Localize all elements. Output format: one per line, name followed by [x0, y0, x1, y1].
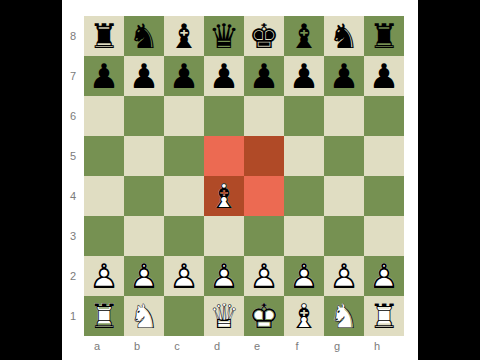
black-pawn[interactable]: ♟ [284, 56, 324, 96]
square-h3[interactable] [364, 216, 404, 256]
white-pawn[interactable]: ♟♙ [284, 256, 324, 296]
square-a6[interactable] [84, 96, 124, 136]
square-h6[interactable] [364, 96, 404, 136]
square-e7[interactable]: ♟ [244, 56, 284, 96]
square-b6[interactable] [124, 96, 164, 136]
square-d8[interactable]: ♛ [204, 16, 244, 56]
square-h5[interactable] [364, 136, 404, 176]
white-pawn[interactable]: ♟♙ [244, 256, 284, 296]
square-c3[interactable] [164, 216, 204, 256]
square-a3[interactable] [84, 216, 124, 256]
black-rook[interactable]: ♜ [364, 16, 404, 56]
file-label-h: h [357, 336, 397, 358]
board-panel: 87654321 ♜♞♝♛♚♝♞♜♟♟♟♟♟♟♟♟♝♗♟♙♟♙♟♙♟♙♟♙♟♙♟… [62, 0, 418, 360]
rank-label-4: 4 [62, 176, 84, 216]
file-label-f: f [277, 336, 317, 358]
rank-label-2: 2 [62, 256, 84, 296]
black-pawn[interactable]: ♟ [124, 56, 164, 96]
file-label-b: b [117, 336, 157, 358]
square-c6[interactable] [164, 96, 204, 136]
square-b7[interactable]: ♟ [124, 56, 164, 96]
white-pawn[interactable]: ♟♙ [164, 256, 204, 296]
square-f8[interactable]: ♝ [284, 16, 324, 56]
square-f2[interactable]: ♟♙ [284, 256, 324, 296]
square-b8[interactable]: ♞ [124, 16, 164, 56]
square-b4[interactable] [124, 176, 164, 216]
square-h1[interactable]: ♜♖ [364, 296, 404, 336]
square-b3[interactable] [124, 216, 164, 256]
letterbox-right [418, 0, 480, 360]
square-d2[interactable]: ♟♙ [204, 256, 244, 296]
white-pawn[interactable]: ♟♙ [84, 256, 124, 296]
rank-label-7: 7 [62, 56, 84, 96]
white-pawn[interactable]: ♟♙ [204, 256, 244, 296]
video-frame: 87654321 ♜♞♝♛♚♝♞♜♟♟♟♟♟♟♟♟♝♗♟♙♟♙♟♙♟♙♟♙♟♙♟… [0, 0, 480, 360]
square-g6[interactable] [324, 96, 364, 136]
letterbox-left [0, 0, 62, 360]
square-g8[interactable]: ♞ [324, 16, 364, 56]
white-bishop[interactable]: ♝♗ [284, 296, 324, 336]
square-a8[interactable]: ♜ [84, 16, 124, 56]
square-g4[interactable] [324, 176, 364, 216]
file-label-d: d [197, 336, 237, 358]
square-g1[interactable]: ♞♘ [324, 296, 364, 336]
square-e5[interactable] [244, 136, 284, 176]
square-c7[interactable]: ♟ [164, 56, 204, 96]
file-labels: abcdefgh [84, 336, 404, 358]
black-pawn[interactable]: ♟ [324, 56, 364, 96]
square-f5[interactable] [284, 136, 324, 176]
file-label-c: c [157, 336, 197, 358]
square-f6[interactable] [284, 96, 324, 136]
square-e4[interactable] [244, 176, 284, 216]
white-rook[interactable]: ♜♖ [84, 296, 124, 336]
square-d5[interactable] [204, 136, 244, 176]
square-b5[interactable] [124, 136, 164, 176]
square-c5[interactable] [164, 136, 204, 176]
rank-label-1: 1 [62, 296, 84, 336]
white-queen[interactable]: ♛♕ [204, 296, 244, 336]
square-d1[interactable]: ♛♕ [204, 296, 244, 336]
square-g2[interactable]: ♟♙ [324, 256, 364, 296]
black-knight[interactable]: ♞ [324, 16, 364, 56]
file-label-a: a [77, 336, 117, 358]
white-knight[interactable]: ♞♘ [324, 296, 364, 336]
white-rook[interactable]: ♜♖ [364, 296, 404, 336]
file-label-e: e [237, 336, 277, 358]
square-h2[interactable]: ♟♙ [364, 256, 404, 296]
square-c1[interactable] [164, 296, 204, 336]
square-c2[interactable]: ♟♙ [164, 256, 204, 296]
rank-label-6: 6 [62, 96, 84, 136]
black-rook[interactable]: ♜ [84, 16, 124, 56]
white-king[interactable]: ♚♔ [244, 296, 284, 336]
square-a4[interactable] [84, 176, 124, 216]
white-pawn[interactable]: ♟♙ [364, 256, 404, 296]
black-pawn[interactable]: ♟ [204, 56, 244, 96]
black-bishop[interactable]: ♝ [284, 16, 324, 56]
rank-label-5: 5 [62, 136, 84, 176]
black-queen[interactable]: ♛ [204, 16, 244, 56]
square-d6[interactable] [204, 96, 244, 136]
black-knight[interactable]: ♞ [124, 16, 164, 56]
square-c8[interactable]: ♝ [164, 16, 204, 56]
square-e1[interactable]: ♚♔ [244, 296, 284, 336]
square-d3[interactable] [204, 216, 244, 256]
chess-board[interactable]: ♜♞♝♛♚♝♞♜♟♟♟♟♟♟♟♟♝♗♟♙♟♙♟♙♟♙♟♙♟♙♟♙♟♙♜♖♞♘♛♕… [84, 16, 404, 336]
square-a5[interactable] [84, 136, 124, 176]
black-pawn[interactable]: ♟ [364, 56, 404, 96]
white-pawn[interactable]: ♟♙ [124, 256, 164, 296]
white-pawn[interactable]: ♟♙ [324, 256, 364, 296]
white-knight[interactable]: ♞♘ [124, 296, 164, 336]
black-pawn[interactable]: ♟ [84, 56, 124, 96]
white-bishop[interactable]: ♝♗ [204, 176, 244, 216]
square-d4[interactable]: ♝♗ [204, 176, 244, 216]
square-b1[interactable]: ♞♘ [124, 296, 164, 336]
square-f3[interactable] [284, 216, 324, 256]
square-h7[interactable]: ♟ [364, 56, 404, 96]
black-bishop[interactable]: ♝ [164, 16, 204, 56]
file-label-g: g [317, 336, 357, 358]
rank-label-3: 3 [62, 216, 84, 256]
square-e2[interactable]: ♟♙ [244, 256, 284, 296]
square-a7[interactable]: ♟ [84, 56, 124, 96]
square-c4[interactable] [164, 176, 204, 216]
black-king[interactable]: ♚ [244, 16, 284, 56]
rank-label-8: 8 [62, 16, 84, 56]
square-g3[interactable] [324, 216, 364, 256]
square-f1[interactable]: ♝♗ [284, 296, 324, 336]
square-e3[interactable] [244, 216, 284, 256]
rank-labels: 87654321 [62, 16, 84, 336]
square-e8[interactable]: ♚ [244, 16, 284, 56]
square-g5[interactable] [324, 136, 364, 176]
square-g7[interactable]: ♟ [324, 56, 364, 96]
square-d7[interactable]: ♟ [204, 56, 244, 96]
square-f4[interactable] [284, 176, 324, 216]
square-h4[interactable] [364, 176, 404, 216]
black-pawn[interactable]: ♟ [164, 56, 204, 96]
square-a1[interactable]: ♜♖ [84, 296, 124, 336]
black-pawn[interactable]: ♟ [244, 56, 284, 96]
square-a2[interactable]: ♟♙ [84, 256, 124, 296]
square-f7[interactable]: ♟ [284, 56, 324, 96]
square-b2[interactable]: ♟♙ [124, 256, 164, 296]
square-h8[interactable]: ♜ [364, 16, 404, 56]
square-e6[interactable] [244, 96, 284, 136]
